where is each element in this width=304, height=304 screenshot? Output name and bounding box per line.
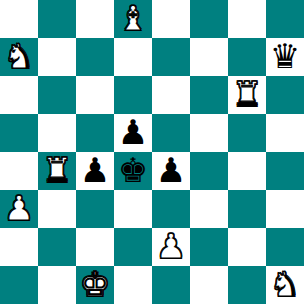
black-pawn-piece[interactable]: ♟: [156, 152, 186, 189]
white-king-piece[interactable]: ♚: [80, 266, 110, 303]
square-f3[interactable]: [190, 190, 228, 228]
square-c6[interactable]: [76, 76, 114, 114]
square-e3[interactable]: [152, 190, 190, 228]
square-f2[interactable]: [190, 228, 228, 266]
square-b5[interactable]: [38, 114, 76, 152]
square-a7[interactable]: ♞: [0, 38, 38, 76]
square-c3[interactable]: [76, 190, 114, 228]
square-d6[interactable]: [114, 76, 152, 114]
black-king-piece[interactable]: ♚: [118, 152, 148, 189]
square-d3[interactable]: [114, 190, 152, 228]
square-f5[interactable]: [190, 114, 228, 152]
square-h8[interactable]: [266, 0, 304, 38]
white-rook-piece[interactable]: ♜: [232, 76, 262, 113]
square-e1[interactable]: [152, 266, 190, 304]
square-e7[interactable]: [152, 38, 190, 76]
square-g4[interactable]: [228, 152, 266, 190]
square-c5[interactable]: [76, 114, 114, 152]
square-a3[interactable]: ♟: [0, 190, 38, 228]
square-g1[interactable]: [228, 266, 266, 304]
square-c7[interactable]: [76, 38, 114, 76]
white-knight-piece[interactable]: ♞: [270, 266, 300, 303]
white-pawn-piece[interactable]: ♟: [4, 190, 34, 227]
square-a6[interactable]: [0, 76, 38, 114]
white-pawn-piece[interactable]: ♟: [156, 228, 186, 265]
square-e2[interactable]: ♟: [152, 228, 190, 266]
square-g2[interactable]: [228, 228, 266, 266]
square-c1[interactable]: ♚: [76, 266, 114, 304]
square-f8[interactable]: [190, 0, 228, 38]
white-rook-piece[interactable]: ♜: [42, 152, 72, 189]
square-a5[interactable]: [0, 114, 38, 152]
square-c2[interactable]: [76, 228, 114, 266]
square-f4[interactable]: [190, 152, 228, 190]
chess-board: ♝♞♛♜♟♜♟♚♟♟♟♚♞: [0, 0, 304, 304]
square-h6[interactable]: [266, 76, 304, 114]
square-g5[interactable]: [228, 114, 266, 152]
white-knight-piece[interactable]: ♞: [4, 38, 34, 75]
square-a1[interactable]: [0, 266, 38, 304]
square-b4[interactable]: ♜: [38, 152, 76, 190]
square-a4[interactable]: [0, 152, 38, 190]
square-a2[interactable]: [0, 228, 38, 266]
square-h7[interactable]: ♛: [266, 38, 304, 76]
square-b2[interactable]: [38, 228, 76, 266]
square-g7[interactable]: [228, 38, 266, 76]
square-b7[interactable]: [38, 38, 76, 76]
square-d4[interactable]: ♚: [114, 152, 152, 190]
white-bishop-piece[interactable]: ♝: [118, 0, 148, 37]
square-g3[interactable]: [228, 190, 266, 228]
square-b3[interactable]: [38, 190, 76, 228]
square-c4[interactable]: ♟: [76, 152, 114, 190]
square-e4[interactable]: ♟: [152, 152, 190, 190]
black-queen-piece[interactable]: ♛: [270, 38, 300, 75]
square-f1[interactable]: [190, 266, 228, 304]
square-e5[interactable]: [152, 114, 190, 152]
black-pawn-piece[interactable]: ♟: [118, 114, 148, 151]
square-b6[interactable]: [38, 76, 76, 114]
square-g6[interactable]: ♜: [228, 76, 266, 114]
square-d8[interactable]: ♝: [114, 0, 152, 38]
square-g8[interactable]: [228, 0, 266, 38]
square-e6[interactable]: [152, 76, 190, 114]
square-d1[interactable]: [114, 266, 152, 304]
square-f6[interactable]: [190, 76, 228, 114]
square-h5[interactable]: [266, 114, 304, 152]
square-h2[interactable]: [266, 228, 304, 266]
square-d7[interactable]: [114, 38, 152, 76]
square-d5[interactable]: ♟: [114, 114, 152, 152]
square-h3[interactable]: [266, 190, 304, 228]
square-b8[interactable]: [38, 0, 76, 38]
square-e8[interactable]: [152, 0, 190, 38]
square-h4[interactable]: [266, 152, 304, 190]
black-pawn-piece[interactable]: ♟: [80, 152, 110, 189]
square-a8[interactable]: [0, 0, 38, 38]
square-c8[interactable]: [76, 0, 114, 38]
square-d2[interactable]: [114, 228, 152, 266]
square-b1[interactable]: [38, 266, 76, 304]
square-h1[interactable]: ♞: [266, 266, 304, 304]
square-f7[interactable]: [190, 38, 228, 76]
